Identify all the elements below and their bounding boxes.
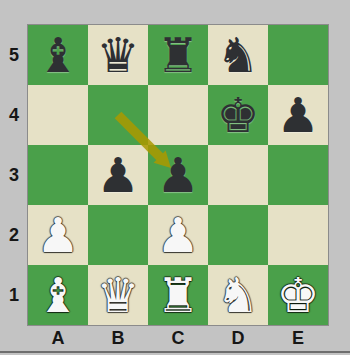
file-label-b: B xyxy=(88,325,148,351)
square-d5[interactable]: ♞ xyxy=(208,25,268,85)
file-label-a: A xyxy=(28,325,88,351)
square-c4[interactable] xyxy=(148,85,208,145)
square-c1[interactable]: ♜ xyxy=(148,265,208,325)
rank-label-1: 1 xyxy=(0,265,28,325)
piece-white-king-e1[interactable]: ♚ xyxy=(268,265,328,325)
square-c3[interactable]: ♟ xyxy=(148,145,208,205)
piece-white-queen-b1[interactable]: ♛ xyxy=(88,265,148,325)
square-d4[interactable]: ♚ xyxy=(208,85,268,145)
chess-board[interactable]: ♝♛♜♞♚♟♟♟♟♟♝♛♜♞♚ xyxy=(28,25,328,325)
rank-label-4: 4 xyxy=(0,85,28,145)
file-label-d: D xyxy=(208,325,268,351)
square-b4[interactable] xyxy=(88,85,148,145)
piece-black-rook-c5[interactable]: ♜ xyxy=(148,25,208,85)
rank-label-3: 3 xyxy=(0,145,28,205)
piece-black-pawn-b3[interactable]: ♟ xyxy=(88,145,148,205)
square-a1[interactable]: ♝ xyxy=(28,265,88,325)
bottom-divider xyxy=(0,351,350,353)
rank-labels: 54321 xyxy=(0,25,28,325)
piece-black-queen-b5[interactable]: ♛ xyxy=(88,25,148,85)
piece-white-bishop-a1[interactable]: ♝ xyxy=(28,265,88,325)
piece-white-knight-d1[interactable]: ♞ xyxy=(208,265,268,325)
square-e4[interactable]: ♟ xyxy=(268,85,328,145)
square-b3[interactable]: ♟ xyxy=(88,145,148,205)
square-c2[interactable]: ♟ xyxy=(148,205,208,265)
piece-black-bishop-a5[interactable]: ♝ xyxy=(28,25,88,85)
rank-label-5: 5 xyxy=(0,25,28,85)
square-c5[interactable]: ♜ xyxy=(148,25,208,85)
square-a2[interactable]: ♟ xyxy=(28,205,88,265)
square-d1[interactable]: ♞ xyxy=(208,265,268,325)
square-b2[interactable] xyxy=(88,205,148,265)
square-e5[interactable] xyxy=(268,25,328,85)
square-e2[interactable] xyxy=(268,205,328,265)
square-b1[interactable]: ♛ xyxy=(88,265,148,325)
piece-black-pawn-e4[interactable]: ♟ xyxy=(268,85,328,145)
piece-black-knight-d5[interactable]: ♞ xyxy=(208,25,268,85)
square-a5[interactable]: ♝ xyxy=(28,25,88,85)
square-a4[interactable] xyxy=(28,85,88,145)
file-label-c: C xyxy=(148,325,208,351)
piece-white-pawn-a2[interactable]: ♟ xyxy=(28,205,88,265)
piece-black-king-d4[interactable]: ♚ xyxy=(208,85,268,145)
square-a3[interactable] xyxy=(28,145,88,205)
piece-black-pawn-c3[interactable]: ♟ xyxy=(148,145,208,205)
piece-white-pawn-c2[interactable]: ♟ xyxy=(148,205,208,265)
mini-chess-board-window: 54321 ♝♛♜♞♚♟♟♟♟♟♝♛♜♞♚ ABCDE xyxy=(0,0,350,355)
square-e1[interactable]: ♚ xyxy=(268,265,328,325)
square-b5[interactable]: ♛ xyxy=(88,25,148,85)
file-labels: ABCDE xyxy=(28,325,328,351)
square-e3[interactable] xyxy=(268,145,328,205)
file-label-e: E xyxy=(268,325,328,351)
square-d2[interactable] xyxy=(208,205,268,265)
square-d3[interactable] xyxy=(208,145,268,205)
rank-label-2: 2 xyxy=(0,205,28,265)
piece-white-rook-c1[interactable]: ♜ xyxy=(148,265,208,325)
